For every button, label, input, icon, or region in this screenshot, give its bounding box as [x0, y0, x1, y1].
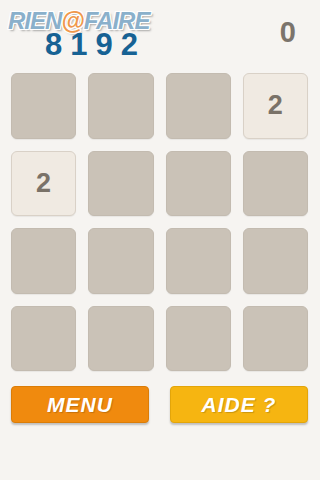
cell-r2-c1	[88, 228, 153, 294]
cell-r0-c3: 2	[243, 73, 308, 139]
cell-r2-c2	[166, 228, 231, 294]
score-value: 0	[280, 17, 296, 48]
help-button[interactable]: AIDE ?	[170, 386, 308, 423]
cell-r3-c2	[166, 306, 231, 372]
game-screen: RIEN@FAIRE 8192 0 2 2 MENU AIDE ?	[0, 0, 320, 480]
cell-r1-c3	[243, 151, 308, 217]
cell-r2-c3	[243, 228, 308, 294]
cell-r2-c0	[11, 228, 76, 294]
cell-r1-c1	[88, 151, 153, 217]
menu-button[interactable]: MENU	[11, 386, 149, 423]
game-title: 8192	[45, 29, 146, 60]
cell-r3-c1	[88, 306, 153, 372]
cell-r1-c0: 2	[11, 151, 76, 217]
cell-r3-c3	[243, 306, 308, 372]
game-board[interactable]: 2 2	[11, 73, 308, 371]
cell-r3-c0	[11, 306, 76, 372]
cell-r0-c0	[11, 73, 76, 139]
cell-r1-c2	[166, 151, 231, 217]
cell-r0-c2	[166, 73, 231, 139]
cell-r0-c1	[88, 73, 153, 139]
